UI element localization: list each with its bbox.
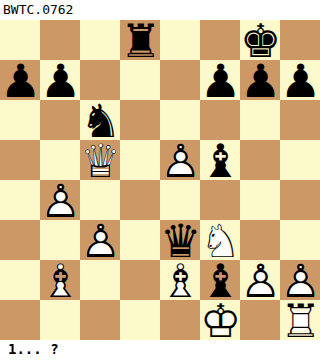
white-pawn-icon: ♙ (40, 178, 81, 224)
chess-board: ♜♚♟♟♟♟♟♞♛♕♟♙♝♟♙♟♙♛♞♘♝♗♝♗♝♟♙♟♙♚♔♜♖ (0, 20, 320, 340)
square-h5[interactable] (280, 140, 320, 180)
white-rook-icon: ♖ (280, 298, 320, 344)
square-e5[interactable]: ♟♙ (160, 140, 200, 180)
square-h1[interactable]: ♜♖ (280, 300, 320, 340)
black-pawn-icon: ♟ (280, 58, 320, 104)
white-bishop-icon: ♗ (160, 258, 201, 304)
black-pawn-icon: ♟ (240, 58, 281, 104)
white-pawn-icon: ♙ (160, 138, 201, 184)
square-f1[interactable]: ♚♔ (200, 300, 240, 340)
square-d3[interactable] (120, 220, 160, 260)
square-a1[interactable] (0, 300, 40, 340)
square-a2[interactable] (0, 260, 40, 300)
square-d2[interactable] (120, 260, 160, 300)
white-pawn-icon: ♙ (80, 218, 121, 264)
square-g5[interactable] (240, 140, 280, 180)
square-a3[interactable] (0, 220, 40, 260)
square-d5[interactable] (120, 140, 160, 180)
black-pawn-icon: ♟ (200, 58, 241, 104)
white-pawn-icon: ♙ (240, 258, 281, 304)
square-d4[interactable] (120, 180, 160, 220)
white-queen-icon: ♕ (80, 138, 121, 184)
black-rook-icon: ♜ (120, 18, 161, 64)
square-d6[interactable] (120, 100, 160, 140)
square-g4[interactable] (240, 180, 280, 220)
square-b7[interactable]: ♟ (40, 60, 80, 100)
square-a4[interactable] (0, 180, 40, 220)
square-b2[interactable]: ♝♗ (40, 260, 80, 300)
white-bishop-icon: ♗ (40, 258, 81, 304)
white-king-icon: ♔ (200, 298, 241, 344)
square-f7[interactable]: ♟ (200, 60, 240, 100)
chess-puzzle-window: BWTC.0762 ♜♚♟♟♟♟♟♞♛♕♟♙♝♟♙♟♙♛♞♘♝♗♝♗♝♟♙♟♙♚… (0, 0, 320, 360)
square-a7[interactable]: ♟ (0, 60, 40, 100)
square-c3[interactable]: ♟♙ (80, 220, 120, 260)
square-d8[interactable]: ♜ (120, 20, 160, 60)
square-g7[interactable]: ♟ (240, 60, 280, 100)
square-h7[interactable]: ♟ (280, 60, 320, 100)
black-pawn-icon: ♟ (0, 58, 41, 104)
square-d1[interactable] (120, 300, 160, 340)
square-a5[interactable] (0, 140, 40, 180)
square-e2[interactable]: ♝♗ (160, 260, 200, 300)
square-e7[interactable] (160, 60, 200, 100)
square-c5[interactable]: ♛♕ (80, 140, 120, 180)
square-c1[interactable] (80, 300, 120, 340)
square-b4[interactable]: ♟♙ (40, 180, 80, 220)
square-c8[interactable] (80, 20, 120, 60)
square-h4[interactable] (280, 180, 320, 220)
square-f5[interactable]: ♝ (200, 140, 240, 180)
square-g2[interactable]: ♟♙ (240, 260, 280, 300)
move-prompt: 1... ? (0, 340, 320, 360)
square-e8[interactable] (160, 20, 200, 60)
black-bishop-icon: ♝ (200, 138, 241, 184)
black-pawn-icon: ♟ (40, 58, 81, 104)
